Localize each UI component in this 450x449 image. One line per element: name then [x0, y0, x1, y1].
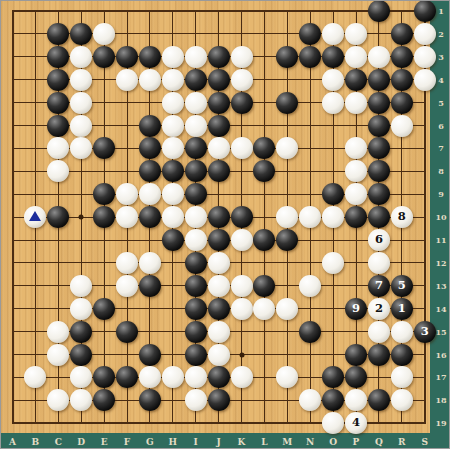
black-stone-R3[interactable] — [391, 46, 413, 68]
white-stone-Q3[interactable] — [368, 46, 390, 68]
black-stone-L13[interactable] — [253, 275, 275, 297]
black-stone-G6[interactable] — [139, 115, 161, 137]
white-stone-L14[interactable] — [253, 298, 275, 320]
black-stone-J17[interactable] — [208, 366, 230, 388]
black-stone-C6[interactable] — [47, 115, 69, 137]
black-stone-K5[interactable] — [231, 92, 253, 114]
white-stone-D18[interactable] — [70, 389, 92, 411]
white-stone-J7[interactable] — [208, 137, 230, 159]
white-stone-Q11[interactable]: 6 — [368, 229, 390, 251]
column-label: I — [194, 437, 198, 447]
white-stone-C7[interactable] — [47, 137, 69, 159]
white-stone-Q12[interactable] — [368, 252, 390, 274]
white-stone-O19[interactable] — [322, 412, 344, 434]
white-stone-F10[interactable] — [116, 206, 138, 228]
black-stone-P16[interactable] — [345, 344, 367, 366]
row-label: 11 — [435, 235, 446, 245]
row-label: 8 — [438, 166, 444, 176]
column-label: J — [216, 437, 220, 447]
white-stone-O4[interactable] — [322, 69, 344, 91]
white-stone-I5[interactable] — [185, 92, 207, 114]
white-stone-D7[interactable] — [70, 137, 92, 159]
triangle-marker — [29, 211, 41, 221]
column-label: Q — [375, 437, 383, 447]
black-stone-E17[interactable] — [93, 366, 115, 388]
black-stone-Q7[interactable] — [368, 137, 390, 159]
white-stone-O5[interactable] — [322, 92, 344, 114]
white-stone-F4[interactable] — [116, 69, 138, 91]
black-stone-S1[interactable] — [414, 0, 436, 22]
white-stone-H6[interactable] — [162, 115, 184, 137]
black-stone-I9[interactable] — [185, 183, 207, 205]
white-stone-O10[interactable] — [322, 206, 344, 228]
white-stone-I6[interactable] — [185, 115, 207, 137]
white-stone-G4[interactable] — [139, 69, 161, 91]
white-stone-P5[interactable] — [345, 92, 367, 114]
black-stone-J8[interactable] — [208, 160, 230, 182]
column-label: F — [124, 437, 130, 447]
black-stone-I13[interactable] — [185, 275, 207, 297]
white-stone-K14[interactable] — [231, 298, 253, 320]
black-stone-R5[interactable] — [391, 92, 413, 114]
black-stone-M5[interactable] — [276, 92, 298, 114]
black-stone-O3[interactable] — [322, 46, 344, 68]
white-stone-I11[interactable] — [185, 229, 207, 251]
white-stone-R6[interactable] — [391, 115, 413, 137]
white-stone-E2[interactable] — [93, 23, 115, 45]
column-label: H — [169, 437, 178, 447]
white-stone-N18[interactable] — [299, 389, 321, 411]
black-stone-Q6[interactable] — [368, 115, 390, 137]
black-stone-I14[interactable] — [185, 298, 207, 320]
white-stone-B10[interactable] — [24, 206, 46, 228]
white-stone-K13[interactable] — [231, 275, 253, 297]
white-stone-R18[interactable] — [391, 389, 413, 411]
white-stone-C18[interactable] — [47, 389, 69, 411]
star-point — [79, 215, 84, 220]
black-stone-C4[interactable] — [47, 69, 69, 91]
black-stone-G18[interactable] — [139, 389, 161, 411]
column-label: C — [55, 437, 62, 447]
black-stone-C2[interactable] — [47, 23, 69, 45]
black-stone-K10[interactable] — [231, 206, 253, 228]
black-stone-Q8[interactable] — [368, 160, 390, 182]
black-stone-L11[interactable] — [253, 229, 275, 251]
white-stone-I10[interactable] — [185, 206, 207, 228]
black-stone-L7[interactable] — [253, 137, 275, 159]
move-number-label: 8 — [398, 211, 406, 223]
black-stone-I16[interactable] — [185, 344, 207, 366]
black-stone-J18[interactable] — [208, 389, 230, 411]
black-stone-O17[interactable] — [322, 366, 344, 388]
column-label: L — [261, 437, 267, 447]
white-stone-M17[interactable] — [276, 366, 298, 388]
white-stone-J15[interactable] — [208, 321, 230, 343]
white-stone-C16[interactable] — [47, 344, 69, 366]
white-stone-D14[interactable] — [70, 298, 92, 320]
black-stone-Q16[interactable] — [368, 344, 390, 366]
column-label: E — [101, 437, 108, 447]
row-label: 6 — [438, 121, 444, 131]
white-stone-J16[interactable] — [208, 344, 230, 366]
white-stone-D6[interactable] — [70, 115, 92, 137]
white-stone-J12[interactable] — [208, 252, 230, 274]
row-label: 17 — [435, 372, 446, 382]
white-stone-I18[interactable] — [185, 389, 207, 411]
black-stone-Q10[interactable] — [368, 206, 390, 228]
black-stone-G10[interactable] — [139, 206, 161, 228]
black-stone-J6[interactable] — [208, 115, 230, 137]
black-stone-E9[interactable] — [93, 183, 115, 205]
black-stone-R14[interactable]: 1 — [391, 298, 413, 320]
row-label: 5 — [438, 98, 444, 108]
black-stone-C10[interactable] — [47, 206, 69, 228]
black-stone-G8[interactable] — [139, 160, 161, 182]
black-stone-E10[interactable] — [93, 206, 115, 228]
white-stone-D3[interactable] — [70, 46, 92, 68]
white-stone-R10[interactable]: 8 — [391, 206, 413, 228]
column-label: A — [9, 437, 16, 447]
white-stone-D5[interactable] — [70, 92, 92, 114]
black-stone-P10[interactable] — [345, 206, 367, 228]
black-stone-D2[interactable] — [70, 23, 92, 45]
column-label: O — [329, 437, 337, 447]
white-stone-D17[interactable] — [70, 366, 92, 388]
black-stone-G16[interactable] — [139, 344, 161, 366]
white-stone-R15[interactable] — [391, 321, 413, 343]
row-label: 2 — [438, 29, 444, 39]
black-stone-G3[interactable] — [139, 46, 161, 68]
black-stone-Q4[interactable] — [368, 69, 390, 91]
white-stone-S4[interactable] — [414, 69, 436, 91]
black-stone-J5[interactable] — [208, 92, 230, 114]
black-stone-E18[interactable] — [93, 389, 115, 411]
column-label: R — [398, 437, 405, 447]
black-stone-L8[interactable] — [253, 160, 275, 182]
move-number-label: 9 — [352, 303, 360, 315]
black-stone-Q1[interactable] — [368, 0, 390, 22]
white-stone-J13[interactable] — [208, 275, 230, 297]
white-stone-H9[interactable] — [162, 183, 184, 205]
black-stone-P4[interactable] — [345, 69, 367, 91]
column-label: G — [146, 437, 154, 447]
column-label: S — [421, 437, 428, 447]
white-stone-M10[interactable] — [276, 206, 298, 228]
white-stone-S2[interactable] — [414, 23, 436, 45]
white-stone-P18[interactable] — [345, 389, 367, 411]
black-stone-Q5[interactable] — [368, 92, 390, 114]
black-stone-G13[interactable] — [139, 275, 161, 297]
black-stone-I15[interactable] — [185, 321, 207, 343]
white-stone-H17[interactable] — [162, 366, 184, 388]
row-label: 9 — [438, 189, 444, 199]
black-stone-M11[interactable] — [276, 229, 298, 251]
black-stone-M3[interactable] — [276, 46, 298, 68]
white-stone-P19[interactable]: 4 — [345, 412, 367, 434]
white-stone-K4[interactable] — [231, 69, 253, 91]
black-stone-G7[interactable] — [139, 137, 161, 159]
column-label: K — [238, 437, 246, 447]
white-stone-C8[interactable] — [47, 160, 69, 182]
black-stone-Q9[interactable] — [368, 183, 390, 205]
row-label: 15 — [435, 327, 446, 337]
white-stone-G9[interactable] — [139, 183, 161, 205]
white-stone-G17[interactable] — [139, 366, 161, 388]
black-stone-E7[interactable] — [93, 137, 115, 159]
move-number-label: 1 — [398, 303, 406, 315]
black-stone-F3[interactable] — [116, 46, 138, 68]
black-stone-E3[interactable] — [93, 46, 115, 68]
move-number-label: 3 — [421, 326, 429, 338]
black-stone-I12[interactable] — [185, 252, 207, 274]
black-stone-C5[interactable] — [47, 92, 69, 114]
white-stone-K17[interactable] — [231, 366, 253, 388]
white-stone-S3[interactable] — [414, 46, 436, 68]
black-stone-R13[interactable]: 5 — [391, 275, 413, 297]
black-stone-H11[interactable] — [162, 229, 184, 251]
black-stone-P14[interactable]: 9 — [345, 298, 367, 320]
white-stone-M14[interactable] — [276, 298, 298, 320]
white-stone-D13[interactable] — [70, 275, 92, 297]
white-stone-G12[interactable] — [139, 252, 161, 274]
white-stone-P8[interactable] — [345, 160, 367, 182]
black-stone-I8[interactable] — [185, 160, 207, 182]
row-label: 3 — [438, 52, 444, 62]
white-stone-H7[interactable] — [162, 137, 184, 159]
white-stone-F12[interactable] — [116, 252, 138, 274]
black-stone-R4[interactable] — [391, 69, 413, 91]
white-stone-H10[interactable] — [162, 206, 184, 228]
row-label: 12 — [435, 258, 446, 268]
black-stone-N3[interactable] — [299, 46, 321, 68]
black-stone-I7[interactable] — [185, 137, 207, 159]
white-stone-M7[interactable] — [276, 137, 298, 159]
white-stone-B17[interactable] — [24, 366, 46, 388]
white-stone-F9[interactable] — [116, 183, 138, 205]
white-stone-O12[interactable] — [322, 252, 344, 274]
star-point — [239, 352, 244, 357]
white-stone-I17[interactable] — [185, 366, 207, 388]
row-label: 16 — [435, 350, 446, 360]
white-stone-N13[interactable] — [299, 275, 321, 297]
white-stone-R17[interactable] — [391, 366, 413, 388]
black-stone-J4[interactable] — [208, 69, 230, 91]
black-stone-P17[interactable] — [345, 366, 367, 388]
white-stone-H5[interactable] — [162, 92, 184, 114]
white-stone-D4[interactable] — [70, 69, 92, 91]
black-stone-E14[interactable] — [93, 298, 115, 320]
black-stone-R2[interactable] — [391, 23, 413, 45]
black-stone-S15[interactable]: 3 — [414, 321, 436, 343]
white-stone-P9[interactable] — [345, 183, 367, 205]
white-stone-P3[interactable] — [345, 46, 367, 68]
row-label: 18 — [435, 395, 446, 405]
white-stone-H4[interactable] — [162, 69, 184, 91]
row-label: 13 — [435, 281, 446, 291]
row-label: 19 — [435, 418, 446, 428]
row-label: 10 — [435, 212, 446, 222]
black-stone-J10[interactable] — [208, 206, 230, 228]
white-stone-I3[interactable] — [185, 46, 207, 68]
white-stone-F13[interactable] — [116, 275, 138, 297]
white-stone-K7[interactable] — [231, 137, 253, 159]
white-stone-N10[interactable] — [299, 206, 321, 228]
black-stone-N15[interactable] — [299, 321, 321, 343]
column-label: P — [353, 437, 360, 447]
white-stone-Q14[interactable]: 2 — [368, 298, 390, 320]
row-label: 1 — [438, 6, 444, 16]
black-stone-F17[interactable] — [116, 366, 138, 388]
black-stone-D15[interactable] — [70, 321, 92, 343]
black-stone-J11[interactable] — [208, 229, 230, 251]
go-game-screenshot: 867592134 ABCDEFGHIJKLMNOPQRS12345678910… — [0, 0, 450, 449]
column-label: B — [32, 437, 40, 447]
black-stone-C3[interactable] — [47, 46, 69, 68]
white-stone-C15[interactable] — [47, 321, 69, 343]
move-number-label: 7 — [375, 280, 383, 292]
move-number-label: 2 — [375, 303, 383, 315]
black-stone-I4[interactable] — [185, 69, 207, 91]
column-label: N — [306, 437, 314, 447]
black-stone-R16[interactable] — [391, 344, 413, 366]
move-number-label: 6 — [375, 234, 383, 246]
column-label: M — [282, 437, 292, 447]
move-number-label: 4 — [352, 417, 360, 429]
black-stone-O9[interactable] — [322, 183, 344, 205]
black-stone-H8[interactable] — [162, 160, 184, 182]
move-number-label: 5 — [398, 280, 406, 292]
white-stone-Q15[interactable] — [368, 321, 390, 343]
row-label: 7 — [438, 143, 444, 153]
white-stone-K11[interactable] — [231, 229, 253, 251]
black-stone-J14[interactable] — [208, 298, 230, 320]
white-stone-P2[interactable] — [345, 23, 367, 45]
black-stone-O18[interactable] — [322, 389, 344, 411]
row-label: 4 — [438, 75, 444, 85]
black-stone-F15[interactable] — [116, 321, 138, 343]
white-stone-K3[interactable] — [231, 46, 253, 68]
black-stone-Q13[interactable]: 7 — [368, 275, 390, 297]
black-stone-J3[interactable] — [208, 46, 230, 68]
black-stone-N2[interactable] — [299, 23, 321, 45]
white-stone-P7[interactable] — [345, 137, 367, 159]
column-label: D — [77, 437, 85, 447]
black-stone-D16[interactable] — [70, 344, 92, 366]
row-label: 14 — [435, 304, 446, 314]
white-stone-O2[interactable] — [322, 23, 344, 45]
black-stone-Q18[interactable] — [368, 389, 390, 411]
white-stone-H3[interactable] — [162, 46, 184, 68]
